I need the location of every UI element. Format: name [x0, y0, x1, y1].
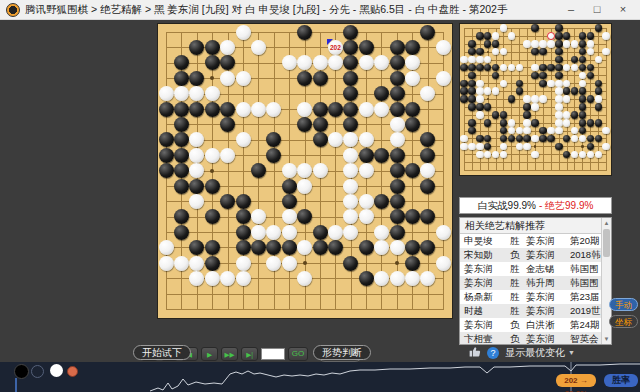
- stone-black: [313, 240, 328, 255]
- stone-white: [476, 80, 484, 88]
- stone-white: [374, 271, 389, 286]
- stone-black: [539, 135, 547, 143]
- stone-black: [555, 56, 563, 64]
- stone-white: [282, 55, 297, 70]
- board-cell: [243, 294, 258, 309]
- stone-black: [405, 163, 420, 178]
- go-button[interactable]: GO: [288, 347, 308, 361]
- stone-white: [436, 256, 451, 271]
- stone-white: [282, 225, 297, 240]
- stone-black: [205, 240, 220, 255]
- board-cell: [543, 154, 551, 162]
- game-record-row[interactable]: 时越胜姜东润2019世: [460, 304, 601, 318]
- stone-white: [563, 119, 571, 127]
- stone-black: [390, 102, 405, 117]
- stone-black: [390, 209, 405, 224]
- stone-white: [159, 240, 174, 255]
- stone-black: [374, 148, 389, 163]
- stone-white: [297, 271, 312, 286]
- stone-black: [539, 64, 547, 72]
- board-cell: [397, 294, 412, 309]
- stone-white: [531, 151, 539, 159]
- stone-white: [436, 225, 451, 240]
- stone-black: [189, 102, 204, 117]
- game-record-row[interactable]: 申旻埈胜姜东润第20期: [460, 234, 601, 248]
- result-label: 胜: [510, 305, 526, 318]
- stone-black: [492, 111, 500, 119]
- stone-black: [282, 240, 297, 255]
- stone-black: [297, 117, 312, 132]
- stone-black: [220, 102, 235, 117]
- stone-black: [220, 117, 235, 132]
- game-record-row[interactable]: 宋知勋负姜东润2018韩: [460, 248, 601, 262]
- winrate-actual-text: 白实战99.9%: [478, 199, 536, 213]
- stone-black: [523, 111, 531, 119]
- stone-black: [328, 240, 343, 255]
- ai-move-ring-marker: [547, 32, 555, 40]
- player1-name: 姜东润: [460, 319, 510, 332]
- orange-marker-toggle[interactable]: [67, 366, 78, 377]
- result-label: 胜: [510, 235, 526, 248]
- black-stone-toggle[interactable]: [14, 364, 29, 379]
- stone-black: [297, 71, 312, 86]
- stone-black: [189, 179, 204, 194]
- black-outline-toggle[interactable]: [31, 365, 44, 378]
- stone-black: [282, 194, 297, 209]
- result-label: 胜: [510, 263, 526, 276]
- player1-name: 申旻埈: [460, 235, 510, 248]
- stone-black: [313, 117, 328, 132]
- stone-white: [468, 143, 476, 151]
- stone-black: [159, 102, 174, 117]
- player1-name: 杨鼎新: [460, 291, 510, 304]
- board-cell: [480, 162, 488, 170]
- stone-black: [555, 143, 563, 151]
- stone-black: [571, 111, 579, 119]
- result-label: 胜: [510, 291, 526, 304]
- stone-black: [468, 64, 476, 72]
- maximize-button[interactable]: □: [584, 1, 610, 19]
- stone-black: [555, 72, 563, 80]
- stone-white: [282, 256, 297, 271]
- board-cell: [551, 162, 559, 170]
- stone-white: [251, 102, 266, 117]
- stone-white: [405, 271, 420, 286]
- board-cell: [598, 162, 606, 170]
- stone-white: [476, 95, 484, 103]
- stone-black: [547, 135, 555, 143]
- stone-white: [539, 95, 547, 103]
- board-cell: [496, 99, 504, 107]
- stone-white: [266, 102, 281, 117]
- board-cell: [166, 32, 181, 47]
- stone-white: [174, 256, 189, 271]
- stone-black: [359, 40, 374, 55]
- last-move-marker: 202: [328, 40, 343, 55]
- stone-white: [236, 102, 251, 117]
- board-cell: [496, 162, 504, 170]
- player1-name: 姜东润: [460, 277, 510, 290]
- result-label: 负: [510, 333, 526, 346]
- stone-black: [476, 32, 484, 40]
- white-stone-toggle[interactable]: [50, 364, 63, 377]
- result-label: 胜: [510, 277, 526, 290]
- stone-black: [251, 240, 266, 255]
- board-cell: [428, 109, 443, 124]
- player2-name: 姜东润: [526, 305, 570, 318]
- stone-black: [174, 179, 189, 194]
- stone-black: [595, 80, 603, 88]
- stone-white: [436, 40, 451, 55]
- stone-black: [484, 40, 492, 48]
- stone-black: [297, 25, 312, 40]
- stone-white: [205, 86, 220, 101]
- help-icon[interactable]: ?: [487, 347, 499, 359]
- app-logo-icon: [6, 3, 20, 17]
- board-cell: [366, 294, 381, 309]
- stone-white: [587, 40, 595, 48]
- board-cell: [551, 154, 559, 162]
- stone-black: [313, 102, 328, 117]
- stone-black: [476, 64, 484, 72]
- stone-black: [460, 95, 468, 103]
- stone-black: [555, 32, 563, 40]
- stone-black: [359, 271, 374, 286]
- stone-black: [555, 64, 563, 72]
- game-record-row[interactable]: 姜东润胜金志锡韩国围: [460, 262, 601, 276]
- stone-white: [508, 119, 516, 127]
- stone-black: [468, 119, 476, 127]
- stone-black: [587, 119, 595, 127]
- board-cell: [274, 278, 289, 293]
- board-cell: [527, 83, 535, 91]
- stone-black: [468, 87, 476, 95]
- star-point: [534, 145, 536, 147]
- main-go-board[interactable]: 202: [157, 23, 453, 319]
- board-cell: [428, 294, 443, 309]
- player1-name: 宋知勋: [460, 249, 510, 262]
- stone-white: [220, 271, 235, 286]
- stone-white: [508, 32, 516, 40]
- stone-white: [500, 24, 508, 32]
- stone-black: [390, 225, 405, 240]
- stone-black: [390, 40, 405, 55]
- scrollbar-thumb[interactable]: [603, 229, 610, 257]
- stone-black: [251, 163, 266, 178]
- event-name: 韩国围: [570, 263, 601, 276]
- board-cell: [543, 115, 551, 123]
- stone-black: [420, 179, 435, 194]
- board-cell: [590, 162, 598, 170]
- board-cell: [543, 107, 551, 115]
- move-number-input[interactable]: [261, 348, 285, 360]
- game-record-row[interactable]: 杨鼎新胜姜东润第23届: [460, 290, 601, 304]
- star-point: [210, 169, 214, 173]
- board-cell: [320, 263, 335, 278]
- stone-white: [390, 271, 405, 286]
- stone-white: [328, 225, 343, 240]
- window-title: 腾讯野狐围棋 > 绝艺精解 > 黑 姜东润 [九段] 对 白 申旻埈 [九段] …: [25, 3, 558, 17]
- stone-black: [159, 132, 174, 147]
- stone-black: [555, 24, 563, 32]
- stone-black: [460, 64, 468, 72]
- stone-black: [205, 209, 220, 224]
- stone-white: [297, 179, 312, 194]
- stone-black: [174, 148, 189, 163]
- stone-white: [476, 151, 484, 159]
- stone-white: [476, 111, 484, 119]
- stone-white: [374, 225, 389, 240]
- stone-white: [555, 80, 563, 88]
- stone-black: [236, 240, 251, 255]
- stone-black: [476, 135, 484, 143]
- analysis-mini-board[interactable]: [459, 23, 612, 176]
- stone-black: [420, 25, 435, 40]
- stone-black: [390, 148, 405, 163]
- board-cell: [228, 294, 243, 309]
- board-cell: [381, 294, 396, 309]
- stone-white: [313, 55, 328, 70]
- board-cell: [320, 201, 335, 216]
- scroll-up-icon[interactable]: ▲: [602, 218, 611, 228]
- board-cell: [166, 294, 181, 309]
- stone-white: [343, 179, 358, 194]
- stone-black: [595, 87, 603, 95]
- board-cell: [519, 162, 527, 170]
- stone-black: [547, 64, 555, 72]
- stone-white: [359, 163, 374, 178]
- stone-black: [390, 179, 405, 194]
- stone-black: [174, 225, 189, 240]
- board-cell: [598, 67, 606, 75]
- scroll-down-icon[interactable]: ▼: [602, 334, 611, 344]
- stone-white: [547, 40, 555, 48]
- stone-white: [374, 102, 389, 117]
- stone-white: [436, 71, 451, 86]
- stone-black: [539, 80, 547, 88]
- nav-last-button[interactable]: ▶|: [241, 347, 258, 361]
- stone-white: [266, 225, 281, 240]
- board-cell: [320, 294, 335, 309]
- manual-mode-button[interactable]: 手动: [609, 298, 638, 311]
- stone-white: [531, 95, 539, 103]
- move-number-label: 202: [330, 44, 341, 51]
- stone-white: [313, 163, 328, 178]
- board-cell: [503, 162, 511, 170]
- board-cell: [519, 154, 527, 162]
- stone-black: [508, 95, 516, 103]
- titlebar: 腾讯野狐围棋 > 绝艺精解 > 黑 姜东润 [九段] 对 白 申旻埈 [九段] …: [0, 0, 640, 20]
- star-point: [395, 261, 399, 265]
- board-cell: [274, 32, 289, 47]
- stone-black: [468, 103, 476, 111]
- stone-white: [595, 95, 603, 103]
- best-variation-dropdown[interactable]: 显示最优变化 ▼: [505, 346, 575, 360]
- stone-black: [405, 256, 420, 271]
- board-cell: [181, 294, 196, 309]
- nav-fast-forward-button[interactable]: ▶▶: [221, 347, 238, 361]
- stone-black: [343, 71, 358, 86]
- stone-black: [460, 80, 468, 88]
- player2-name: 姜东润: [526, 291, 570, 304]
- nav-forward-button[interactable]: ▶: [201, 347, 218, 361]
- stone-black: [579, 103, 587, 111]
- result-label: 负: [510, 249, 526, 262]
- stone-black: [460, 87, 468, 95]
- winrate-statusbar: 202 → 99.9% 胜率: [0, 362, 640, 392]
- stone-white: [220, 148, 235, 163]
- stone-black: [313, 71, 328, 86]
- stone-black: [555, 48, 563, 56]
- player1-name: 姜东润: [460, 263, 510, 276]
- stone-black: [205, 40, 220, 55]
- stone-black: [159, 148, 174, 163]
- stone-black: [236, 225, 251, 240]
- stone-black: [579, 40, 587, 48]
- move-winrate-badge: 202 → 99.9%: [556, 374, 596, 387]
- stone-white: [220, 71, 235, 86]
- board-cell: [472, 162, 480, 170]
- player2-name: 姜东润: [526, 333, 570, 346]
- stone-black: [205, 55, 220, 70]
- player2-name: 姜东润: [526, 235, 570, 248]
- stone-white: [174, 86, 189, 101]
- minimize-button[interactable]: –: [558, 1, 584, 19]
- stone-white: [468, 56, 476, 64]
- board-cell: [289, 140, 304, 155]
- stone-white: [359, 209, 374, 224]
- stone-black: [468, 80, 476, 88]
- main-content: 202 白实战99.9% - 绝艺99.9% 相关绝艺精解推荐 申旻埈胜姜东润第…: [0, 20, 640, 362]
- stone-white: [236, 25, 251, 40]
- stone-white: [476, 56, 484, 64]
- stone-black: [476, 103, 484, 111]
- stone-black: [390, 71, 405, 86]
- start-trial-button[interactable]: 开始试下: [133, 345, 191, 360]
- stone-white: [602, 143, 610, 151]
- stone-white: [460, 143, 468, 151]
- stone-black: [205, 179, 220, 194]
- stone-black: [405, 240, 420, 255]
- board-cell: [511, 44, 519, 52]
- stone-black: [174, 102, 189, 117]
- stone-black: [282, 179, 297, 194]
- stone-black: [313, 225, 328, 240]
- board-cell: [511, 52, 519, 60]
- stone-white: [282, 209, 297, 224]
- board-cell: [519, 52, 527, 60]
- stone-white: [563, 40, 571, 48]
- board-cell: [305, 294, 320, 309]
- stone-black: [579, 32, 587, 40]
- stone-black: [390, 55, 405, 70]
- stone-black: [205, 102, 220, 117]
- winrate-graph[interactable]: [0, 362, 640, 392]
- stone-black: [531, 72, 539, 80]
- stone-white: [476, 143, 484, 151]
- stone-white: [602, 48, 610, 56]
- stone-black: [492, 40, 500, 48]
- stone-black: [531, 24, 539, 32]
- position-judge-button[interactable]: 形势判断: [313, 345, 371, 360]
- board-cell: [320, 278, 335, 293]
- stone-black: [420, 148, 435, 163]
- result-label: 负: [510, 319, 526, 332]
- board-cell: [567, 162, 575, 170]
- event-name: 第23届: [570, 291, 601, 304]
- star-point: [303, 261, 307, 265]
- star-point: [487, 51, 489, 53]
- move-marker-wedge-icon: [327, 39, 333, 45]
- player1-name: 时越: [460, 305, 510, 318]
- game-record-row[interactable]: 姜东润负白洪淅第24期: [460, 318, 601, 332]
- stone-black: [220, 194, 235, 209]
- stone-white: [266, 256, 281, 271]
- stone-white: [390, 132, 405, 147]
- board-cell: [511, 154, 519, 162]
- chevron-down-icon: ▼: [568, 349, 575, 356]
- recommend-title: 相关绝艺精解推荐: [460, 218, 611, 234]
- thumbs-up-icon[interactable]: [468, 344, 481, 362]
- recommend-panel: 相关绝艺精解推荐 申旻埈胜姜东润第20期宋知勋负姜东润2018韩姜东润胜金志锡韩…: [459, 217, 612, 345]
- stone-white: [555, 87, 563, 95]
- stone-black: [390, 194, 405, 209]
- stone-white: [220, 40, 235, 55]
- stone-white: [460, 135, 468, 143]
- stone-black: [236, 194, 251, 209]
- board-cell: [412, 294, 427, 309]
- player2-name: 韩升周: [526, 277, 570, 290]
- board-cell: [519, 28, 527, 36]
- stone-black: [468, 40, 476, 48]
- stone-black: [595, 119, 603, 127]
- stone-black: [595, 103, 603, 111]
- board-cell: [351, 294, 366, 309]
- stone-white: [189, 256, 204, 271]
- stone-black: [484, 119, 492, 127]
- board-cell: [464, 28, 472, 36]
- stone-white: [523, 40, 531, 48]
- stone-black: [500, 119, 508, 127]
- board-cell: [289, 294, 304, 309]
- game-record-row[interactable]: 姜东润胜韩升周韩国围: [460, 276, 601, 290]
- stone-white: [359, 132, 374, 147]
- stone-white: [555, 111, 563, 119]
- board-cell: [574, 162, 582, 170]
- coordinates-toggle-button[interactable]: 坐标: [609, 315, 638, 328]
- stone-white: [547, 80, 555, 88]
- close-button[interactable]: ×: [610, 1, 636, 19]
- stone-white: [390, 240, 405, 255]
- winrate-ai-text: - 绝艺99.9%: [539, 199, 593, 213]
- player2-name: 金志锡: [526, 263, 570, 276]
- stone-black: [579, 95, 587, 103]
- stone-black: [405, 117, 420, 132]
- board-cell: [582, 162, 590, 170]
- stone-white: [555, 127, 563, 135]
- game-record-row[interactable]: 卞相壹负姜东润智英会: [460, 332, 601, 345]
- stone-white: [359, 55, 374, 70]
- stone-white: [390, 117, 405, 132]
- stone-black: [236, 209, 251, 224]
- stone-white: [539, 40, 547, 48]
- stone-black: [205, 256, 220, 271]
- winrate-button[interactable]: 胜率: [604, 374, 638, 387]
- player2-name: 姜东润: [526, 249, 570, 262]
- stone-white: [205, 271, 220, 286]
- stone-white: [555, 95, 563, 103]
- stone-black: [500, 111, 508, 119]
